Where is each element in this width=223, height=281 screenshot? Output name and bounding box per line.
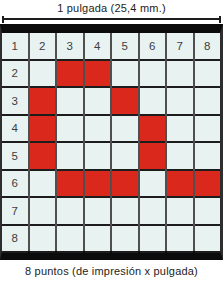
grid-cell (85, 143, 111, 169)
dots-per-inch-caption: 8 puntos (de impresión x pulgada) (0, 264, 223, 278)
grid-cell (30, 171, 56, 197)
grid-col-label: 5 (112, 33, 138, 59)
grid-row-label: 5 (2, 143, 28, 169)
grid-cell (57, 226, 83, 252)
grid-cell (112, 226, 138, 252)
grid-col-label: 6 (140, 33, 166, 59)
grid-cell (57, 88, 83, 114)
grid-cell (112, 61, 138, 87)
grid-cell (30, 226, 56, 252)
grid-cell-dot (195, 171, 221, 197)
grid-row-label: 8 (2, 226, 28, 252)
grid-row-label: 6 (2, 171, 28, 197)
pixel-grid: 123456782345678 (0, 24, 223, 260)
measure-bar (4, 18, 219, 20)
printer-resolution-diagram: 1 pulgada (25,4 mm.) 123456782345678 8 p… (0, 0, 223, 281)
grid-cell (167, 116, 193, 142)
grid-row-label: 2 (2, 61, 28, 87)
grid-cell (112, 116, 138, 142)
grid-cell (167, 143, 193, 169)
grid-cell (57, 143, 83, 169)
grid-row-label: 3 (2, 88, 28, 114)
grid-cell (85, 226, 111, 252)
grid-cell (57, 116, 83, 142)
grid-cell (167, 198, 193, 224)
grid-cell (85, 198, 111, 224)
grid-cell (140, 61, 166, 87)
grid-col-label: 7 (167, 33, 193, 59)
grid-cell (140, 88, 166, 114)
grid-cell-dot (112, 88, 138, 114)
grid-col-label: 3 (57, 33, 83, 59)
grid-cell (30, 198, 56, 224)
grid-cell (85, 116, 111, 142)
grid-col-label: 2 (30, 33, 56, 59)
grid-cell (57, 198, 83, 224)
grid-cell (112, 198, 138, 224)
inch-caption: 1 pulgada (25,4 mm.) (0, 1, 223, 16)
grid-cell (167, 88, 193, 114)
grid-cell-dot (85, 171, 111, 197)
grid-cell (85, 88, 111, 114)
grid-cell-dot (30, 143, 56, 169)
grid-cell (140, 226, 166, 252)
grid-cell-dot (85, 61, 111, 87)
grid-cell-dot (30, 116, 56, 142)
grid-cell-dot (140, 116, 166, 142)
grid-cell (195, 116, 221, 142)
grid-col-label: 8 (195, 33, 221, 59)
grid-row-label: 4 (2, 116, 28, 142)
grid-cell-dot (167, 171, 193, 197)
grid-cell (167, 226, 193, 252)
grid-cell-dot (57, 61, 83, 87)
inch-measure-line (2, 16, 221, 23)
grid-cell-dot (57, 171, 83, 197)
grid-row-label: 7 (2, 198, 28, 224)
grid-cell-dot (30, 88, 56, 114)
grid-corner-label: 1 (2, 33, 28, 59)
grid-cell (195, 61, 221, 87)
grid-cell-dot (140, 143, 166, 169)
grid-cell (30, 61, 56, 87)
grid-cell (195, 143, 221, 169)
grid-cell (167, 61, 193, 87)
grid-cell (140, 198, 166, 224)
grid-cell (112, 143, 138, 169)
grid-cell (195, 198, 221, 224)
grid-cell (195, 226, 221, 252)
grid-col-label: 4 (85, 33, 111, 59)
grid-cell (195, 88, 221, 114)
grid-cell-dot (112, 171, 138, 197)
grid-cell (140, 171, 166, 197)
